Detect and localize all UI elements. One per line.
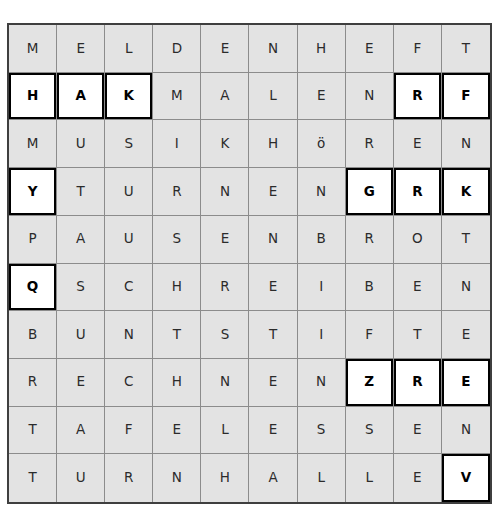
- cell-letter: D: [172, 42, 182, 56]
- cell-letter: Y: [28, 185, 38, 199]
- cell-letter: U: [124, 185, 134, 199]
- cell-letter: E: [269, 280, 278, 294]
- grid-cell-r2c7[interactable]: E: [298, 73, 346, 121]
- grid-cell-r3c1[interactable]: M: [9, 120, 57, 168]
- grid-cell-r8c2[interactable]: E: [57, 359, 105, 407]
- cell-letter: R: [28, 375, 37, 389]
- cell-letter: R: [365, 137, 374, 151]
- cell-letter: E: [413, 471, 422, 485]
- cell-letter: L: [125, 42, 133, 56]
- cell-letter: S: [76, 280, 85, 294]
- cell-letter: A: [75, 89, 85, 103]
- grid-cell-r10c4[interactable]: N: [153, 454, 201, 502]
- grid-cell-r3c6[interactable]: H: [249, 120, 297, 168]
- grid-cell-r6c5[interactable]: R: [201, 264, 249, 312]
- grid-cell-r10c7[interactable]: L: [298, 454, 346, 502]
- grid-cell-r7c10[interactable]: E: [442, 311, 490, 359]
- grid-cell-r7c4[interactable]: T: [153, 311, 201, 359]
- cell-letter: N: [461, 423, 471, 437]
- cell-letter: P: [28, 232, 36, 246]
- cell-letter: U: [76, 471, 86, 485]
- cell-letter: H: [172, 280, 182, 294]
- grid-cell-r5c9[interactable]: O: [394, 216, 442, 264]
- grid-cell-r6c3[interactable]: C: [105, 264, 153, 312]
- grid-cell-r6c4[interactable]: H: [153, 264, 201, 312]
- cell-letter: F: [413, 42, 421, 56]
- grid-cell-r8c4[interactable]: H: [153, 359, 201, 407]
- grid-cell-r3c8[interactable]: R: [346, 120, 394, 168]
- cell-letter: T: [462, 232, 470, 246]
- cell-letter: H: [27, 89, 38, 103]
- cell-letter: R: [412, 375, 422, 389]
- grid-cell-r7c5[interactable]: S: [201, 311, 249, 359]
- cell-letter: T: [173, 328, 181, 342]
- grid-cell-r4c4[interactable]: R: [153, 168, 201, 216]
- grid-cell-r9c6[interactable]: E: [249, 407, 297, 455]
- cell-letter: H: [316, 42, 326, 56]
- grid-cell-r3c5[interactable]: K: [201, 120, 249, 168]
- cell-letter: F: [125, 423, 133, 437]
- cell-letter: M: [171, 89, 183, 103]
- grid-cell-r7c7[interactable]: I: [298, 311, 346, 359]
- grid-cell-r5c1[interactable]: P: [9, 216, 57, 264]
- cell-letter: G: [364, 185, 375, 199]
- grid-cell-r7c6[interactable]: T: [249, 311, 297, 359]
- grid-cell-r9c8[interactable]: S: [346, 407, 394, 455]
- grid-cell-r7c9[interactable]: T: [394, 311, 442, 359]
- cell-letter: B: [365, 280, 374, 294]
- cell-letter: ö: [317, 137, 325, 151]
- grid-cell-r6c7[interactable]: I: [298, 264, 346, 312]
- grid-cell-r9c9[interactable]: E: [394, 407, 442, 455]
- word-search-page: MELDENHEFTHAKMALENRFMUSIKHöRENYTURNENGRK…: [0, 0, 500, 520]
- grid-cell-r6c9[interactable]: E: [394, 264, 442, 312]
- cell-letter: T: [28, 423, 36, 437]
- grid-cell-r3c9[interactable]: E: [394, 120, 442, 168]
- grid-cell-r10c2[interactable]: U: [57, 454, 105, 502]
- word-search-grid: MELDENHEFTHAKMALENRFMUSIKHöRENYTURNENGRK…: [7, 23, 492, 504]
- cell-letter: H: [220, 471, 230, 485]
- cell-letter: E: [173, 423, 182, 437]
- grid-cell-r9c5[interactable]: L: [201, 407, 249, 455]
- cell-letter: Q: [27, 280, 38, 294]
- cell-letter: M: [27, 137, 39, 151]
- cell-letter: E: [269, 185, 278, 199]
- cell-letter: R: [172, 185, 181, 199]
- cell-letter: E: [413, 280, 422, 294]
- cell-letter: S: [221, 328, 230, 342]
- cell-letter: O: [412, 232, 423, 246]
- grid-cell-r5c10[interactable]: T: [442, 216, 490, 264]
- grid-cell-r9c3[interactable]: F: [105, 407, 153, 455]
- grid-cell-r2c1[interactable]: H: [9, 73, 57, 121]
- cell-letter: S: [124, 137, 133, 151]
- cell-letter: N: [124, 328, 134, 342]
- cell-letter: U: [124, 232, 134, 246]
- cell-letter: M: [27, 42, 39, 56]
- cell-letter: A: [76, 232, 85, 246]
- cell-letter: U: [76, 137, 86, 151]
- grid-cell-r7c8[interactable]: F: [346, 311, 394, 359]
- grid-cell-r4c3[interactable]: U: [105, 168, 153, 216]
- grid-cell-r2c9[interactable]: R: [394, 73, 442, 121]
- grid-cell-r2c6[interactable]: L: [249, 73, 297, 121]
- grid-cell-r6c2[interactable]: S: [57, 264, 105, 312]
- grid-cell-r10c8[interactable]: L: [346, 454, 394, 502]
- cell-letter: L: [221, 423, 229, 437]
- grid-cell-r10c9[interactable]: E: [394, 454, 442, 502]
- cell-letter: T: [269, 328, 277, 342]
- cell-letter: F: [365, 328, 373, 342]
- grid-cell-r9c10[interactable]: N: [442, 407, 490, 455]
- cell-letter: S: [365, 423, 374, 437]
- grid-cell-r1c1[interactable]: M: [9, 25, 57, 73]
- cell-letter: T: [413, 328, 421, 342]
- cell-letter: E: [76, 42, 85, 56]
- cell-letter: S: [317, 423, 326, 437]
- grid-cell-r4c2[interactable]: T: [57, 168, 105, 216]
- cell-letter: E: [221, 232, 230, 246]
- grid-cell-r4c7[interactable]: N: [298, 168, 346, 216]
- cell-letter: E: [461, 375, 470, 389]
- cell-letter: T: [77, 185, 85, 199]
- cell-letter: N: [268, 232, 278, 246]
- cell-letter: U: [76, 328, 86, 342]
- grid-cell-r5c2[interactable]: A: [57, 216, 105, 264]
- grid-cell-r4c8[interactable]: G: [346, 168, 394, 216]
- cell-letter: C: [124, 280, 133, 294]
- grid-cell-r2c3[interactable]: K: [105, 73, 153, 121]
- cell-letter: T: [28, 471, 36, 485]
- cell-letter: N: [172, 471, 182, 485]
- cell-letter: R: [124, 471, 133, 485]
- grid-cell-r1c3[interactable]: L: [105, 25, 153, 73]
- cell-letter: K: [124, 89, 134, 103]
- cell-letter: L: [269, 89, 277, 103]
- grid-cell-r3c10[interactable]: N: [442, 120, 490, 168]
- grid-cell-r5c8[interactable]: R: [346, 216, 394, 264]
- cell-letter: A: [268, 471, 277, 485]
- cell-letter: N: [316, 375, 326, 389]
- grid-cell-r8c5[interactable]: N: [201, 359, 249, 407]
- grid-cell-r9c7[interactable]: S: [298, 407, 346, 455]
- cell-letter: V: [461, 471, 471, 485]
- grid-cell-r8c8[interactable]: Z: [346, 359, 394, 407]
- cell-letter: E: [317, 89, 326, 103]
- grid-cell-r6c6[interactable]: E: [249, 264, 297, 312]
- grid-cell-r8c10[interactable]: E: [442, 359, 490, 407]
- grid-cell-r9c1[interactable]: T: [9, 407, 57, 455]
- grid-cell-r2c10[interactable]: F: [442, 73, 490, 121]
- grid-cell-r5c5[interactable]: E: [201, 216, 249, 264]
- cell-letter: I: [175, 137, 179, 151]
- grid-cell-r9c2[interactable]: A: [57, 407, 105, 455]
- cell-letter: N: [316, 185, 326, 199]
- grid-cell-r1c6[interactable]: N: [249, 25, 297, 73]
- cell-letter: E: [462, 328, 471, 342]
- cell-letter: T: [462, 42, 470, 56]
- cell-letter: B: [28, 328, 37, 342]
- grid-cell-r3c7[interactable]: ö: [298, 120, 346, 168]
- grid-cell-r4c1[interactable]: Y: [9, 168, 57, 216]
- cell-letter: E: [221, 42, 230, 56]
- grid-cell-r10c5[interactable]: H: [201, 454, 249, 502]
- grid-cell-r8c3[interactable]: C: [105, 359, 153, 407]
- cell-letter: N: [364, 89, 374, 103]
- cell-letter: L: [317, 471, 325, 485]
- grid-cell-r4c6[interactable]: E: [249, 168, 297, 216]
- cell-letter: Z: [364, 375, 374, 389]
- grid-cell-r3c4[interactable]: I: [153, 120, 201, 168]
- cell-letter: B: [317, 232, 326, 246]
- grid-cell-r1c4[interactable]: D: [153, 25, 201, 73]
- cell-letter: N: [268, 42, 278, 56]
- cell-letter: E: [413, 137, 422, 151]
- cell-letter: A: [220, 89, 229, 103]
- grid-cell-r1c9[interactable]: F: [394, 25, 442, 73]
- grid-cell-r9c4[interactable]: E: [153, 407, 201, 455]
- grid-cell-r1c2[interactable]: E: [57, 25, 105, 73]
- grid-cell-r7c2[interactable]: U: [57, 311, 105, 359]
- grid-cell-r10c1[interactable]: T: [9, 454, 57, 502]
- grid-cell-r5c7[interactable]: B: [298, 216, 346, 264]
- grid-cell-r4c5[interactable]: N: [201, 168, 249, 216]
- grid-cell-r1c5[interactable]: E: [201, 25, 249, 73]
- grid-cell-r6c10[interactable]: N: [442, 264, 490, 312]
- grid-cell-r3c3[interactable]: S: [105, 120, 153, 168]
- grid-cell-r8c7[interactable]: N: [298, 359, 346, 407]
- cell-letter: R: [412, 89, 422, 103]
- cell-letter: R: [365, 232, 374, 246]
- grid-cell-r2c2[interactable]: A: [57, 73, 105, 121]
- cell-letter: N: [461, 280, 471, 294]
- grid-cell-r4c9[interactable]: R: [394, 168, 442, 216]
- grid-cell-r8c1[interactable]: R: [9, 359, 57, 407]
- grid-cell-r2c8[interactable]: N: [346, 73, 394, 121]
- cell-letter: C: [124, 375, 133, 389]
- grid-cell-r5c4[interactable]: S: [153, 216, 201, 264]
- cell-letter: R: [220, 280, 229, 294]
- cell-letter: S: [173, 232, 182, 246]
- grid-cell-r1c7[interactable]: H: [298, 25, 346, 73]
- cell-letter: K: [461, 185, 471, 199]
- grid-cell-r1c10[interactable]: T: [442, 25, 490, 73]
- grid-cell-r10c10[interactable]: V: [442, 454, 490, 502]
- cell-letter: F: [461, 89, 470, 103]
- cell-letter: H: [268, 137, 278, 151]
- cell-letter: E: [365, 42, 374, 56]
- cell-letter: E: [269, 423, 278, 437]
- grid-cell-r7c1[interactable]: B: [9, 311, 57, 359]
- grid-cell-r7c3[interactable]: N: [105, 311, 153, 359]
- cell-letter: L: [365, 471, 373, 485]
- grid-cell-r2c4[interactable]: M: [153, 73, 201, 121]
- grid-cell-r6c1[interactable]: Q: [9, 264, 57, 312]
- cell-letter: N: [461, 137, 471, 151]
- grid-cell-r5c3[interactable]: U: [105, 216, 153, 264]
- grid-cell-r10c3[interactable]: R: [105, 454, 153, 502]
- cell-letter: H: [172, 375, 182, 389]
- cell-letter: R: [412, 185, 422, 199]
- cell-letter: E: [413, 423, 422, 437]
- cell-letter: I: [319, 328, 323, 342]
- cell-letter: N: [220, 375, 230, 389]
- grid-cell-r4c10[interactable]: K: [442, 168, 490, 216]
- grid-cell-r10c6[interactable]: A: [249, 454, 297, 502]
- grid-cell-r8c6[interactable]: E: [249, 359, 297, 407]
- cell-letter: E: [76, 375, 85, 389]
- grid-cell-r6c8[interactable]: B: [346, 264, 394, 312]
- grid-cell-r5c6[interactable]: N: [249, 216, 297, 264]
- cell-letter: E: [269, 375, 278, 389]
- grid-cell-r1c8[interactable]: E: [346, 25, 394, 73]
- cell-letter: K: [221, 137, 230, 151]
- cell-letter: I: [319, 280, 323, 294]
- grid-cell-r3c2[interactable]: U: [57, 120, 105, 168]
- cell-letter: A: [76, 423, 85, 437]
- cell-letter: N: [220, 185, 230, 199]
- grid-cell-r2c5[interactable]: A: [201, 73, 249, 121]
- grid-cell-r8c9[interactable]: R: [394, 359, 442, 407]
